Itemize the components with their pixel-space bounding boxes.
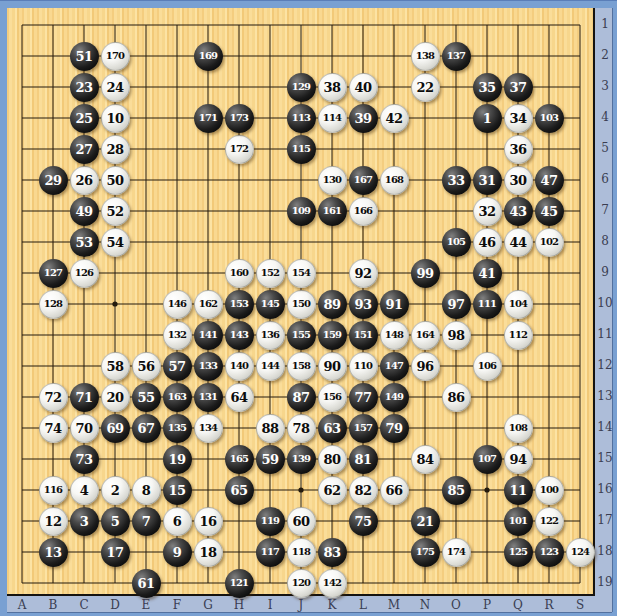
stone-black-47: 47: [535, 166, 564, 195]
stone-black-57: 57: [163, 352, 192, 381]
stone-black-139: 139: [287, 445, 316, 474]
stone-black-161: 161: [318, 197, 347, 226]
stone-black-53: 53: [70, 228, 99, 257]
stone-black-37: 37: [504, 73, 533, 102]
stone-black-129: 129: [287, 73, 316, 102]
stone-white-50: 50: [101, 166, 130, 195]
stone-white-64: 64: [225, 383, 254, 412]
stone-white-128: 128: [39, 290, 68, 319]
stone-white-104: 104: [504, 290, 533, 319]
stone-white-10: 10: [101, 104, 130, 133]
stone-white-168: 168: [380, 166, 409, 195]
stone-black-39: 39: [349, 104, 378, 133]
stone-white-110: 110: [349, 352, 378, 381]
stone-white-16: 16: [194, 507, 223, 536]
stone-black-89: 89: [318, 290, 347, 319]
stone-black-43: 43: [504, 197, 533, 226]
col-label-F: F: [166, 598, 188, 612]
stone-white-124: 124: [566, 538, 595, 567]
stone-black-15: 15: [163, 476, 192, 505]
stone-black-41: 41: [473, 259, 502, 288]
stone-white-142: 142: [318, 569, 347, 598]
stone-white-144: 144: [256, 352, 285, 381]
stone-black-77: 77: [349, 383, 378, 412]
stone-white-154: 154: [287, 259, 316, 288]
row-label-16: 16: [596, 482, 614, 496]
row-label-5: 5: [596, 141, 614, 155]
stone-black-45: 45: [535, 197, 564, 226]
stone-white-20: 20: [101, 383, 130, 412]
stone-black-157: 157: [349, 414, 378, 443]
stone-black-145: 145: [256, 290, 285, 319]
stone-black-99: 99: [411, 259, 440, 288]
col-label-C: C: [73, 598, 95, 612]
star-point: [298, 487, 303, 492]
stone-black-163: 163: [163, 383, 192, 412]
stone-white-122: 122: [535, 507, 564, 536]
row-label-6: 6: [596, 172, 614, 186]
stone-white-60: 60: [287, 507, 316, 536]
stone-white-140: 140: [225, 352, 254, 381]
stone-black-113: 113: [287, 104, 316, 133]
stone-white-158: 158: [287, 352, 316, 381]
stone-white-160: 160: [225, 259, 254, 288]
stone-black-13: 13: [39, 538, 68, 567]
stone-black-87: 87: [287, 383, 316, 412]
stone-white-26: 26: [70, 166, 99, 195]
stone-white-132: 132: [163, 321, 192, 350]
col-label-Q: Q: [507, 598, 529, 612]
star-point: [112, 301, 117, 306]
stone-white-148: 148: [380, 321, 409, 350]
stone-black-97: 97: [442, 290, 471, 319]
stone-white-108: 108: [504, 414, 533, 443]
stone-white-4: 4: [70, 476, 99, 505]
row-label-2: 2: [596, 48, 614, 62]
stone-black-137: 137: [442, 42, 471, 71]
col-label-N: N: [414, 598, 436, 612]
stone-white-34: 34: [504, 104, 533, 133]
stone-black-167: 167: [349, 166, 378, 195]
row-label-8: 8: [596, 234, 614, 248]
stone-white-80: 80: [318, 445, 347, 474]
col-label-I: I: [259, 598, 281, 612]
stone-white-56: 56: [132, 352, 161, 381]
stone-white-90: 90: [318, 352, 347, 381]
stone-white-96: 96: [411, 352, 440, 381]
stone-black-63: 63: [318, 414, 347, 443]
stone-white-78: 78: [287, 414, 316, 443]
stone-black-73: 73: [70, 445, 99, 474]
stone-black-79: 79: [380, 414, 409, 443]
stone-black-135: 135: [163, 414, 192, 443]
row-label-9: 9: [596, 265, 614, 279]
stone-black-107: 107: [473, 445, 502, 474]
stone-black-3: 3: [70, 507, 99, 536]
col-label-B: B: [42, 598, 64, 612]
stone-black-1: 1: [473, 104, 502, 133]
stone-white-38: 38: [318, 73, 347, 102]
row-label-7: 7: [596, 203, 614, 217]
stone-black-175: 175: [411, 538, 440, 567]
stone-black-17: 17: [101, 538, 130, 567]
stone-black-27: 27: [70, 135, 99, 164]
stone-black-29: 29: [39, 166, 68, 195]
stone-white-156: 156: [318, 383, 347, 412]
col-label-S: S: [569, 598, 591, 612]
stone-black-25: 25: [70, 104, 99, 133]
stone-black-123: 123: [535, 538, 564, 567]
stone-black-143: 143: [225, 321, 254, 350]
stone-white-86: 86: [442, 383, 471, 412]
stone-black-165: 165: [225, 445, 254, 474]
row-label-3: 3: [596, 79, 614, 93]
stone-white-44: 44: [504, 228, 533, 257]
stone-white-134: 134: [194, 414, 223, 443]
stone-black-119: 119: [256, 507, 285, 536]
stone-white-82: 82: [349, 476, 378, 505]
row-label-11: 11: [596, 327, 614, 341]
stone-black-11: 11: [504, 476, 533, 505]
stone-black-9: 9: [163, 538, 192, 567]
stone-black-105: 105: [442, 228, 471, 257]
stone-black-7: 7: [132, 507, 161, 536]
stone-black-155: 155: [287, 321, 316, 350]
stone-white-174: 174: [442, 538, 471, 567]
col-label-O: O: [445, 598, 467, 612]
col-label-H: H: [228, 598, 250, 612]
stone-black-173: 173: [225, 104, 254, 133]
stone-black-51: 51: [70, 42, 99, 71]
stone-white-40: 40: [349, 73, 378, 102]
stone-white-114: 114: [318, 104, 347, 133]
stone-white-164: 164: [411, 321, 440, 350]
stone-black-69: 69: [101, 414, 130, 443]
app-window: 1234567891011121315161718192021222324252…: [0, 0, 617, 616]
stone-black-91: 91: [380, 290, 409, 319]
stone-black-125: 125: [504, 538, 533, 567]
row-label-18: 18: [596, 544, 614, 558]
row-label-13: 13: [596, 389, 614, 403]
stone-black-101: 101: [504, 507, 533, 536]
row-label-17: 17: [596, 513, 614, 527]
stone-black-81: 81: [349, 445, 378, 474]
stone-black-147: 147: [380, 352, 409, 381]
row-label-10: 10: [596, 296, 614, 310]
stone-black-109: 109: [287, 197, 316, 226]
stone-black-103: 103: [535, 104, 564, 133]
row-label-4: 4: [596, 110, 614, 124]
stone-white-12: 12: [39, 507, 68, 536]
col-label-L: L: [352, 598, 374, 612]
col-label-D: D: [104, 598, 126, 612]
stone-white-22: 22: [411, 73, 440, 102]
stone-black-31: 31: [473, 166, 502, 195]
stone-black-149: 149: [380, 383, 409, 412]
stone-black-21: 21: [411, 507, 440, 536]
stone-black-71: 71: [70, 383, 99, 412]
stone-black-33: 33: [442, 166, 471, 195]
stone-black-5: 5: [101, 507, 130, 536]
stone-white-84: 84: [411, 445, 440, 474]
col-label-R: R: [538, 598, 560, 612]
stone-white-130: 130: [318, 166, 347, 195]
stone-white-170: 170: [101, 42, 130, 71]
row-label-14: 14: [596, 420, 614, 434]
stone-black-19: 19: [163, 445, 192, 474]
col-label-P: P: [476, 598, 498, 612]
stone-white-6: 6: [163, 507, 192, 536]
stone-white-18: 18: [194, 538, 223, 567]
stone-white-72: 72: [39, 383, 68, 412]
stone-white-126: 126: [70, 259, 99, 288]
stone-black-169: 169: [194, 42, 223, 71]
stone-white-112: 112: [504, 321, 533, 350]
stone-white-162: 162: [194, 290, 223, 319]
row-label-15: 15: [596, 451, 614, 465]
col-label-K: K: [321, 598, 343, 612]
stone-black-111: 111: [473, 290, 502, 319]
stone-white-2: 2: [101, 476, 130, 505]
stone-black-159: 159: [318, 321, 347, 350]
stone-black-75: 75: [349, 507, 378, 536]
stone-white-66: 66: [380, 476, 409, 505]
stone-white-42: 42: [380, 104, 409, 133]
stone-white-106: 106: [473, 352, 502, 381]
stone-white-172: 172: [225, 135, 254, 164]
stone-white-102: 102: [535, 228, 564, 257]
stone-white-98: 98: [442, 321, 471, 350]
stone-white-120: 120: [287, 569, 316, 598]
stone-white-116: 116: [39, 476, 68, 505]
stone-black-127: 127: [39, 259, 68, 288]
stone-white-146: 146: [163, 290, 192, 319]
star-point: [484, 487, 489, 492]
stone-white-32: 32: [473, 197, 502, 226]
stone-black-85: 85: [442, 476, 471, 505]
stone-white-166: 166: [349, 197, 378, 226]
stone-black-115: 115: [287, 135, 316, 164]
stone-white-52: 52: [101, 197, 130, 226]
row-label-1: 1: [596, 17, 614, 31]
stone-black-121: 121: [225, 569, 254, 598]
stone-black-35: 35: [473, 73, 502, 102]
stone-black-59: 59: [256, 445, 285, 474]
stone-black-23: 23: [70, 73, 99, 102]
row-label-12: 12: [596, 358, 614, 372]
row-label-19: 19: [596, 575, 614, 589]
stone-white-8: 8: [132, 476, 161, 505]
stone-black-171: 171: [194, 104, 223, 133]
stone-white-150: 150: [287, 290, 316, 319]
stone-black-133: 133: [194, 352, 223, 381]
stone-white-46: 46: [473, 228, 502, 257]
stone-black-49: 49: [70, 197, 99, 226]
stone-white-100: 100: [535, 476, 564, 505]
stone-white-88: 88: [256, 414, 285, 443]
col-label-M: M: [383, 598, 405, 612]
stone-white-70: 70: [70, 414, 99, 443]
go-board[interactable]: 1234567891011121315161718192021222324252…: [7, 8, 595, 596]
stone-black-65: 65: [225, 476, 254, 505]
col-label-A: A: [11, 598, 33, 612]
stone-white-54: 54: [101, 228, 130, 257]
stone-white-138: 138: [411, 42, 440, 71]
stone-white-118: 118: [287, 538, 316, 567]
stone-white-58: 58: [101, 352, 130, 381]
col-label-E: E: [135, 598, 157, 612]
stone-white-28: 28: [101, 135, 130, 164]
stone-white-152: 152: [256, 259, 285, 288]
stone-black-55: 55: [132, 383, 161, 412]
stone-white-62: 62: [318, 476, 347, 505]
col-label-J: J: [290, 598, 312, 612]
stone-black-61: 61: [132, 569, 161, 598]
stone-black-117: 117: [256, 538, 285, 567]
stone-white-92: 92: [349, 259, 378, 288]
stone-white-30: 30: [504, 166, 533, 195]
stone-black-67: 67: [132, 414, 161, 443]
stone-black-153: 153: [225, 290, 254, 319]
stone-white-74: 74: [39, 414, 68, 443]
stone-black-83: 83: [318, 538, 347, 567]
stone-white-136: 136: [256, 321, 285, 350]
stone-white-36: 36: [504, 135, 533, 164]
stone-white-24: 24: [101, 73, 130, 102]
col-label-G: G: [197, 598, 219, 612]
stone-black-151: 151: [349, 321, 378, 350]
stone-black-141: 141: [194, 321, 223, 350]
stone-white-94: 94: [504, 445, 533, 474]
stone-black-93: 93: [349, 290, 378, 319]
stone-black-131: 131: [194, 383, 223, 412]
